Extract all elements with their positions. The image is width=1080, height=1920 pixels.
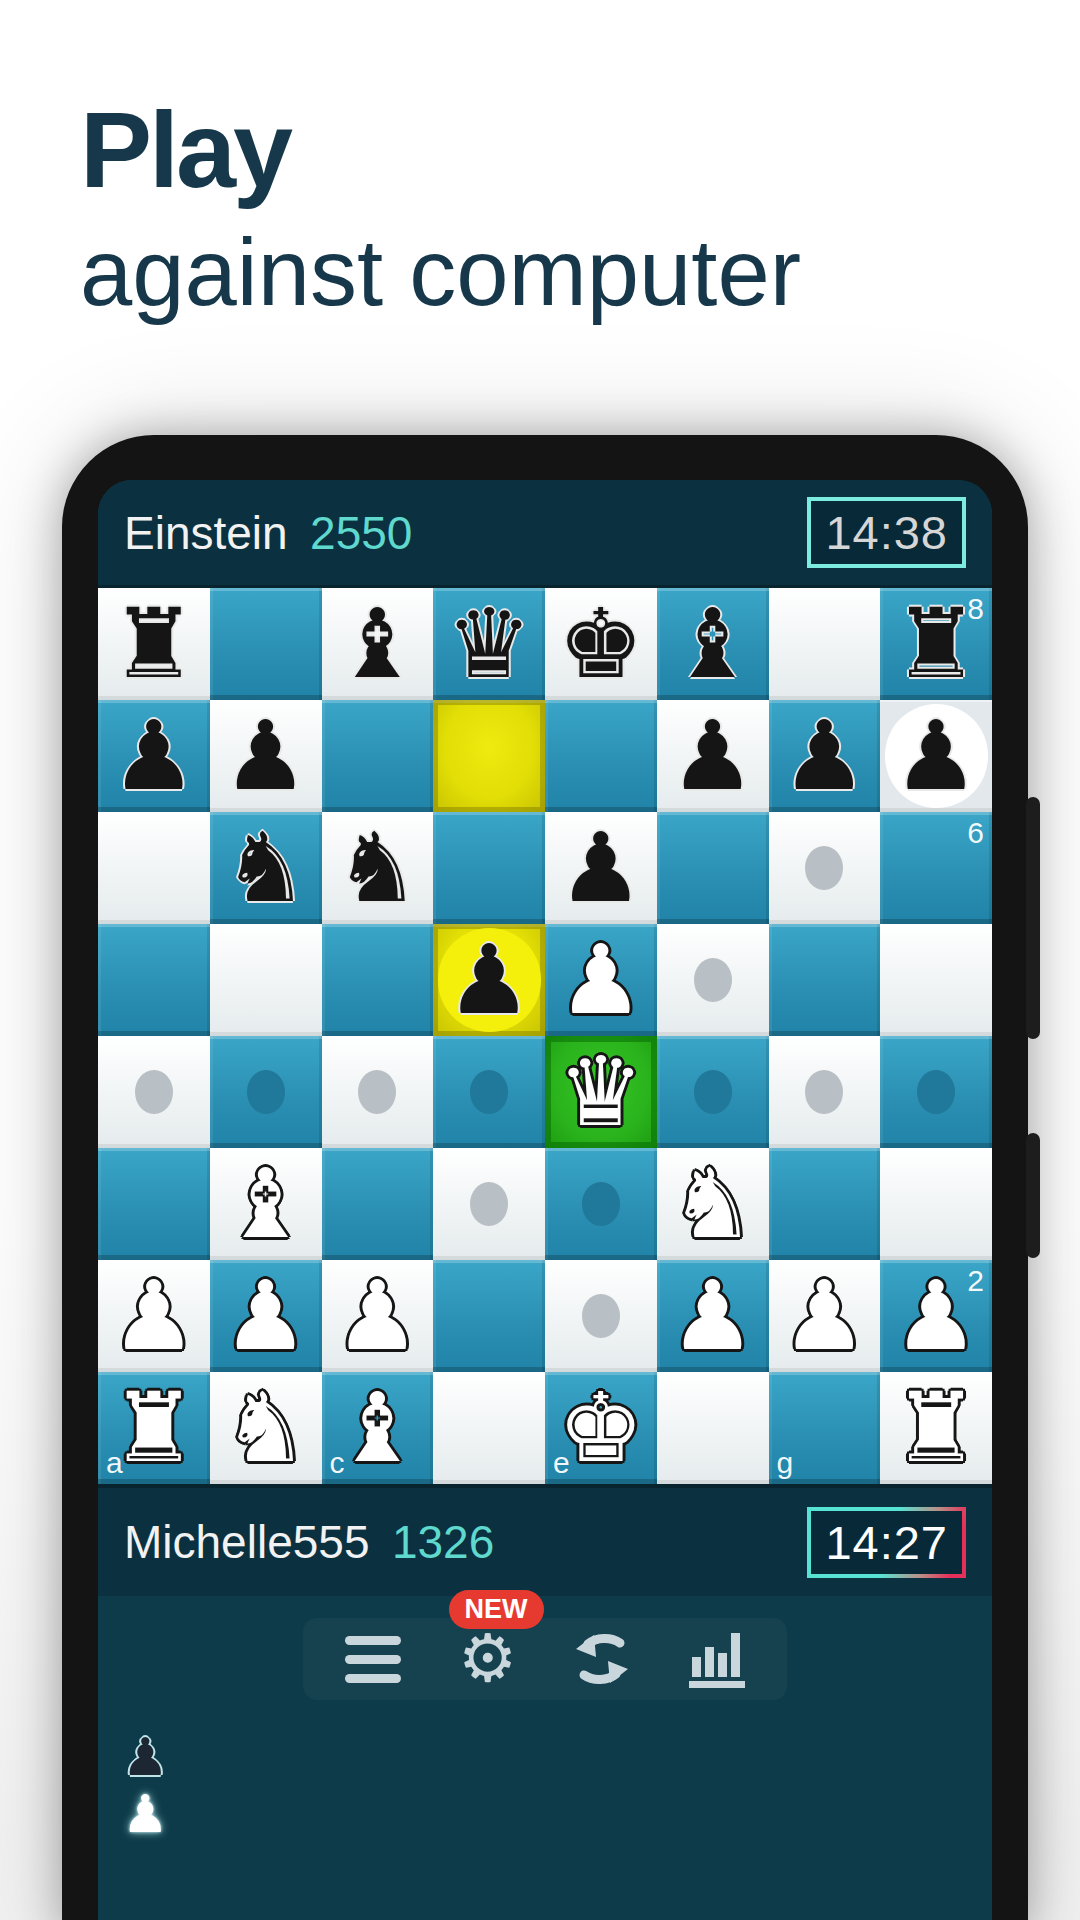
volume-button (1026, 797, 1040, 1039)
piece-black-bishop: ♝ (322, 588, 434, 700)
board-coordinate-c: c (330, 1446, 345, 1480)
square-d6[interactable] (433, 812, 545, 924)
square-b4[interactable] (210, 1036, 322, 1148)
stats-icon (685, 1627, 749, 1691)
square-g2[interactable]: ♟ (769, 1260, 881, 1372)
square-a4[interactable] (98, 1036, 210, 1148)
square-f1[interactable] (657, 1372, 769, 1484)
square-a6[interactable] (98, 812, 210, 924)
piece-white-rook: ♜ (880, 1372, 992, 1484)
legal-move-dot (582, 1294, 620, 1339)
square-a8[interactable]: ♜ (98, 588, 210, 700)
square-e1[interactable]: ♚e (545, 1372, 657, 1484)
legal-move-dot (917, 1070, 955, 1115)
piece-white-knight: ♞ (210, 1372, 322, 1484)
captured-by-white-row: ♟ (122, 1730, 992, 1785)
page-title: Play against computer (80, 96, 801, 320)
player-bar: Michelle555 1326 14:27 (98, 1484, 992, 1596)
player-rating: 1326 (392, 1516, 494, 1568)
piece-black-rook: ♜ (98, 588, 210, 700)
legal-move-dot (135, 1070, 173, 1115)
piece-white-bishop: ♝ (210, 1148, 322, 1260)
square-d1[interactable] (433, 1372, 545, 1484)
board-coordinate-e: e (553, 1446, 570, 1480)
square-a1[interactable]: ♜a (98, 1372, 210, 1484)
piece-white-pawn: ♟ (98, 1260, 210, 1372)
square-e7[interactable] (545, 700, 657, 812)
piece-black-queen: ♛ (433, 588, 545, 700)
new-badge: NEW (449, 1590, 544, 1629)
piece-black-pawn: ♟ (433, 924, 545, 1036)
square-g7[interactable]: ♟ (769, 700, 881, 812)
square-b2[interactable]: ♟ (210, 1260, 322, 1372)
opponent-info: Einstein 2550 (124, 506, 412, 560)
title-line-2: against computer (80, 226, 801, 320)
piece-black-knight: ♞ (322, 812, 434, 924)
flip-board-icon (570, 1627, 634, 1691)
legal-move-dot (470, 1182, 508, 1227)
menu-icon (345, 1636, 401, 1683)
piece-white-pawn: ♟ (545, 924, 657, 1036)
square-g8[interactable] (769, 588, 881, 700)
piece-black-pawn: ♟ (545, 812, 657, 924)
chess-board: ♜♝♛♚♝♜8♟♟♟♟♟♞♞♟6♟♟♛♝♞♟♟♟♟♟♟2♜a♞♝c♚eg♜ (98, 588, 992, 1484)
piece-black-pawn: ♟ (880, 700, 992, 812)
square-d3[interactable] (433, 1148, 545, 1260)
square-e8[interactable]: ♚ (545, 588, 657, 700)
menu-button[interactable] (328, 1618, 418, 1700)
square-b6[interactable]: ♞ (210, 812, 322, 924)
board-coordinate-8: 8 (967, 592, 984, 626)
square-g4[interactable] (769, 1036, 881, 1148)
square-g5[interactable] (769, 924, 881, 1036)
player-info: Michelle555 1326 (124, 1515, 494, 1569)
flip-board-button[interactable] (557, 1618, 647, 1700)
piece-white-knight: ♞ (657, 1148, 769, 1260)
legal-move-dot (358, 1070, 396, 1115)
legal-move-dot (694, 958, 732, 1003)
title-line-1: Play (80, 96, 801, 204)
legal-move-dot (805, 1070, 843, 1115)
piece-white-pawn: ♟ (322, 1260, 434, 1372)
piece-black-knight: ♞ (210, 812, 322, 924)
square-h1[interactable]: ♜ (880, 1372, 992, 1484)
captured-white-pawn: ♟ (122, 1784, 169, 1844)
square-f2[interactable]: ♟ (657, 1260, 769, 1372)
square-a5[interactable] (98, 924, 210, 1036)
square-h4[interactable] (880, 1036, 992, 1148)
captured-by-black-row: ♟ (122, 1787, 992, 1842)
board-coordinate-g: g (777, 1446, 794, 1480)
legal-move-dot (470, 1070, 508, 1115)
gear-icon: ⚙ (458, 1626, 517, 1692)
square-h5[interactable] (880, 924, 992, 1036)
square-c6[interactable]: ♞ (322, 812, 434, 924)
square-d8[interactable]: ♛ (433, 588, 545, 700)
square-d4[interactable] (433, 1036, 545, 1148)
square-b7[interactable]: ♟ (210, 700, 322, 812)
piece-white-pawn: ♟ (657, 1260, 769, 1372)
square-e2[interactable] (545, 1260, 657, 1372)
app-screen: Einstein 2550 14:38 ♜♝♛♚♝♜8♟♟♟♟♟♞♞♟6♟♟♛♝… (98, 480, 992, 1920)
square-f3[interactable]: ♞ (657, 1148, 769, 1260)
piece-black-pawn: ♟ (98, 700, 210, 812)
piece-black-pawn: ♟ (210, 700, 322, 812)
piece-black-bishop: ♝ (657, 588, 769, 700)
square-f8[interactable]: ♝ (657, 588, 769, 700)
square-g1[interactable]: g (769, 1372, 881, 1484)
legal-move-dot (694, 1070, 732, 1115)
square-e5[interactable]: ♟ (545, 924, 657, 1036)
square-c1[interactable]: ♝c (322, 1372, 434, 1484)
toolbar: ⚙ NEW (303, 1618, 787, 1700)
square-c8[interactable]: ♝ (322, 588, 434, 700)
legal-move-dot (805, 846, 843, 891)
square-d7[interactable] (433, 700, 545, 812)
square-g6[interactable] (769, 812, 881, 924)
piece-black-pawn: ♟ (769, 700, 881, 812)
square-e4[interactable]: ♛ (545, 1036, 657, 1148)
player-clock: 14:27 (807, 1507, 966, 1578)
square-f6[interactable] (657, 812, 769, 924)
square-f7[interactable]: ♟ (657, 700, 769, 812)
square-f4[interactable] (657, 1036, 769, 1148)
square-g3[interactable] (769, 1148, 881, 1260)
stats-button[interactable] (672, 1618, 762, 1700)
opponent-clock: 14:38 (807, 497, 966, 568)
square-f5[interactable] (657, 924, 769, 1036)
square-a2[interactable]: ♟ (98, 1260, 210, 1372)
captured-black-pawn: ♟ (122, 1727, 169, 1787)
square-h6[interactable]: 6 (880, 812, 992, 924)
square-h8[interactable]: ♜8 (880, 588, 992, 700)
legal-move-dot (247, 1070, 285, 1115)
piece-white-queen: ♛ (545, 1036, 657, 1148)
piece-white-pawn: ♟ (769, 1260, 881, 1372)
square-h7[interactable]: ♟ (880, 700, 992, 812)
settings-button[interactable]: ⚙ NEW (443, 1618, 533, 1700)
square-c3[interactable] (322, 1148, 434, 1260)
piece-white-pawn: ♟ (210, 1260, 322, 1372)
square-c5[interactable] (322, 924, 434, 1036)
opponent-name: Einstein (124, 507, 288, 559)
board-coordinate-a: a (106, 1446, 123, 1480)
square-b5[interactable] (210, 924, 322, 1036)
phone-mockup: Einstein 2550 14:38 ♜♝♛♚♝♜8♟♟♟♟♟♞♞♟6♟♟♛♝… (62, 435, 1028, 1920)
square-c4[interactable] (322, 1036, 434, 1148)
opponent-bar: Einstein 2550 14:38 (98, 480, 992, 588)
legal-move-dot (582, 1182, 620, 1227)
square-b8[interactable] (210, 588, 322, 700)
opponent-rating: 2550 (310, 507, 412, 559)
square-h3[interactable] (880, 1148, 992, 1260)
board-coordinate-6: 6 (967, 816, 984, 850)
square-e3[interactable] (545, 1148, 657, 1260)
square-b3[interactable]: ♝ (210, 1148, 322, 1260)
square-e6[interactable]: ♟ (545, 812, 657, 924)
square-c2[interactable]: ♟ (322, 1260, 434, 1372)
square-a7[interactable]: ♟ (98, 700, 210, 812)
square-b1[interactable]: ♞ (210, 1372, 322, 1484)
power-button (1026, 1133, 1040, 1258)
board-coordinate-2: 2 (967, 1264, 984, 1298)
square-a3[interactable] (98, 1148, 210, 1260)
piece-black-king: ♚ (545, 588, 657, 700)
square-d2[interactable] (433, 1260, 545, 1372)
captured-pieces-tray: ♟ ♟ (122, 1730, 992, 1841)
square-d5[interactable]: ♟ (433, 924, 545, 1036)
square-c7[interactable] (322, 700, 434, 812)
player-name: Michelle555 (124, 1516, 369, 1568)
piece-black-pawn: ♟ (657, 700, 769, 812)
square-h2[interactable]: ♟2 (880, 1260, 992, 1372)
